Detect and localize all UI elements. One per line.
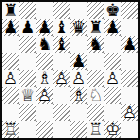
piece-outline: ♙ <box>104 70 121 87</box>
square-f3[interactable]: ♞♘ <box>87 87 104 104</box>
piece-black-pawn: ♟ <box>121 36 138 53</box>
square-d2[interactable] <box>53 104 70 121</box>
piece-outline: ♙ <box>53 70 70 87</box>
square-a1[interactable]: ♜♖ <box>2 121 19 138</box>
square-a7[interactable]: ♟ <box>2 19 19 36</box>
piece-black-bishop: ♝ <box>53 36 70 53</box>
square-b2[interactable] <box>19 104 36 121</box>
piece-white-bishop: ♝♗ <box>70 87 87 104</box>
piece-solid: ♛ <box>70 19 87 36</box>
piece-outline: ♕ <box>19 87 36 104</box>
square-e3[interactable]: ♝♗ <box>70 87 87 104</box>
square-h4[interactable] <box>121 70 138 87</box>
piece-white-pawn: ♟♙ <box>53 70 70 87</box>
square-b5[interactable] <box>19 53 36 70</box>
square-h2[interactable]: ♟♙ <box>121 104 138 121</box>
square-a4[interactable]: ♟♙ <box>2 70 19 87</box>
square-e2[interactable] <box>70 104 87 121</box>
piece-outline: ♘ <box>87 87 104 104</box>
square-g3[interactable] <box>104 87 121 104</box>
square-a6[interactable] <box>2 36 19 53</box>
piece-solid: ♟ <box>2 19 19 36</box>
square-f6[interactable]: ♞ <box>87 36 104 53</box>
square-h1[interactable] <box>121 121 138 138</box>
piece-outline: ♙ <box>36 87 53 104</box>
piece-white-rook: ♜♖ <box>87 121 104 138</box>
square-d6[interactable]: ♝ <box>53 36 70 53</box>
piece-black-knight: ♞ <box>87 36 104 53</box>
square-h5[interactable] <box>121 53 138 70</box>
piece-black-pawn: ♟ <box>104 19 121 36</box>
piece-outline: ♖ <box>87 121 104 138</box>
square-b3[interactable]: ♛♕ <box>19 87 36 104</box>
square-g4[interactable]: ♟♙ <box>104 70 121 87</box>
piece-outline: ♙ <box>2 70 19 87</box>
piece-solid: ♟ <box>19 19 36 36</box>
square-f5[interactable] <box>87 53 104 70</box>
square-d3[interactable] <box>53 87 70 104</box>
piece-white-rook: ♜♖ <box>2 121 19 138</box>
piece-solid: ♞ <box>87 36 104 53</box>
piece-outline: ♗ <box>70 87 87 104</box>
square-b6[interactable] <box>19 36 36 53</box>
square-f1[interactable]: ♜♖ <box>87 121 104 138</box>
square-c2[interactable] <box>36 104 53 121</box>
piece-outline: ♔ <box>104 121 121 138</box>
piece-white-pawn: ♟♙ <box>104 70 121 87</box>
piece-black-pawn: ♟ <box>19 19 36 36</box>
piece-white-knight: ♞♘ <box>87 87 104 104</box>
piece-outline: ♖ <box>2 121 19 138</box>
piece-outline: ♙ <box>121 104 138 121</box>
piece-white-pawn: ♟♙ <box>121 104 138 121</box>
piece-solid: ♟ <box>104 19 121 36</box>
square-c1[interactable] <box>36 121 53 138</box>
square-a3[interactable] <box>2 87 19 104</box>
square-h6[interactable]: ♟ <box>121 36 138 53</box>
piece-white-king: ♚♔ <box>104 121 121 138</box>
square-e7[interactable]: ♛ <box>70 19 87 36</box>
square-g6[interactable] <box>104 36 121 53</box>
piece-solid: ♝ <box>53 36 70 53</box>
piece-solid: ♟ <box>121 36 138 53</box>
square-g7[interactable]: ♟ <box>104 19 121 36</box>
square-d4[interactable]: ♟♙ <box>53 70 70 87</box>
piece-white-queen: ♛♕ <box>19 87 36 104</box>
square-c3[interactable]: ♟♙ <box>36 87 53 104</box>
piece-black-knight: ♞ <box>36 36 53 53</box>
square-b7[interactable]: ♟ <box>19 19 36 36</box>
square-g1[interactable]: ♚♔ <box>104 121 121 138</box>
piece-black-pawn: ♟ <box>2 19 19 36</box>
piece-white-pawn: ♟♙ <box>36 87 53 104</box>
piece-black-queen: ♛ <box>70 19 87 36</box>
square-d1[interactable] <box>53 121 70 138</box>
square-e1[interactable] <box>70 121 87 138</box>
chessboard: ♜♚♟♟♟♝♛♜♟♞♝♞♟♟♟♙♝♗♟♙♟♙♟♙♛♕♟♙♝♗♞♘♟♙♜♖♜♖♚♔ <box>0 0 140 140</box>
piece-solid: ♞ <box>36 36 53 53</box>
square-c6[interactable]: ♞ <box>36 36 53 53</box>
square-h8[interactable] <box>121 2 138 19</box>
piece-white-pawn: ♟♙ <box>2 70 19 87</box>
square-b1[interactable] <box>19 121 36 138</box>
